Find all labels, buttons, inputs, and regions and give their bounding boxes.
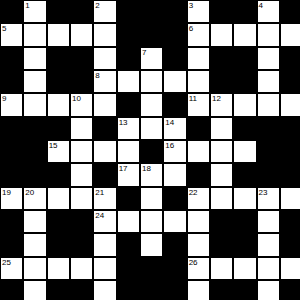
clue-number: 18 xyxy=(142,164,151,173)
cell-r7c10 xyxy=(233,163,256,186)
cell-r5c4 xyxy=(93,117,116,140)
cell-r12c1[interactable] xyxy=(23,280,46,300)
cell-r6c11 xyxy=(257,140,280,163)
cell-r10c3 xyxy=(70,233,93,256)
cell-r6c7[interactable]: 16 xyxy=(163,140,186,163)
cell-r0c0 xyxy=(0,0,23,23)
cell-r1c3[interactable] xyxy=(70,23,93,46)
cell-r1c6 xyxy=(140,23,163,46)
clue-number: 22 xyxy=(189,188,198,197)
cell-r0c3 xyxy=(70,0,93,23)
cell-r7c9[interactable] xyxy=(210,163,233,186)
clue-number: 3 xyxy=(189,1,193,10)
cell-r4c8[interactable]: 11 xyxy=(187,93,210,116)
clue-number: 20 xyxy=(25,188,34,197)
clue-number: 24 xyxy=(95,211,104,220)
cell-r10c6[interactable] xyxy=(140,233,163,256)
cell-r11c10[interactable] xyxy=(233,257,256,280)
cell-r4c12[interactable] xyxy=(280,93,300,116)
cell-r3c3 xyxy=(70,70,93,93)
cell-r6c10[interactable] xyxy=(233,140,256,163)
cell-r8c5 xyxy=(117,187,140,210)
cell-r8c7 xyxy=(163,187,186,210)
cell-r1c8[interactable]: 6 xyxy=(187,23,210,46)
cell-r1c5 xyxy=(117,23,140,46)
cell-r9c7[interactable] xyxy=(163,210,186,233)
cell-r12c2 xyxy=(47,280,70,300)
cell-r2c4[interactable] xyxy=(93,47,116,70)
cell-r8c3[interactable] xyxy=(70,187,93,210)
clue-number: 8 xyxy=(95,71,99,80)
cell-r9c0 xyxy=(0,210,23,233)
cell-r3c7[interactable] xyxy=(163,70,186,93)
cell-r6c2[interactable]: 15 xyxy=(47,140,70,163)
cell-r10c4[interactable] xyxy=(93,233,116,256)
cell-r8c12[interactable] xyxy=(280,187,300,210)
cell-r11c7 xyxy=(163,257,186,280)
cell-r2c1[interactable] xyxy=(23,47,46,70)
cell-r12c3 xyxy=(70,280,93,300)
clue-number: 4 xyxy=(259,1,263,10)
cell-r6c1 xyxy=(23,140,46,163)
cell-r8c10[interactable] xyxy=(233,187,256,210)
cell-r9c9 xyxy=(210,210,233,233)
cell-r10c0 xyxy=(0,233,23,256)
cell-r2c10 xyxy=(233,47,256,70)
cell-r5c5[interactable]: 13 xyxy=(117,117,140,140)
cell-r2c3 xyxy=(70,47,93,70)
cell-r4c9[interactable]: 12 xyxy=(210,93,233,116)
cell-r4c1[interactable] xyxy=(23,93,46,116)
cell-r0c4[interactable]: 2 xyxy=(93,0,116,23)
cell-r7c1 xyxy=(23,163,46,186)
cell-r3c0 xyxy=(0,70,23,93)
cell-r12c7 xyxy=(163,280,186,300)
cell-r2c2 xyxy=(47,47,70,70)
cell-r8c9[interactable] xyxy=(210,187,233,210)
cell-r4c11[interactable] xyxy=(257,93,280,116)
cell-r1c2[interactable] xyxy=(47,23,70,46)
cell-r5c11 xyxy=(257,117,280,140)
cell-r5c7[interactable]: 14 xyxy=(163,117,186,140)
cell-r11c11[interactable] xyxy=(257,257,280,280)
cell-r9c12 xyxy=(280,210,300,233)
cell-r6c6 xyxy=(140,140,163,163)
clue-number: 12 xyxy=(212,94,221,103)
cell-r2c7 xyxy=(163,47,186,70)
cell-r9c1[interactable] xyxy=(23,210,46,233)
cell-r4c4[interactable] xyxy=(93,93,116,116)
cell-r7c3[interactable] xyxy=(70,163,93,186)
cell-r1c4[interactable] xyxy=(93,23,116,46)
cell-r9c11[interactable] xyxy=(257,210,280,233)
clue-number: 23 xyxy=(259,188,268,197)
cell-r1c12[interactable] xyxy=(280,23,300,46)
cell-r5c2 xyxy=(47,117,70,140)
cell-r8c11[interactable]: 23 xyxy=(257,187,280,210)
cell-r7c2 xyxy=(47,163,70,186)
cell-r8c8[interactable]: 22 xyxy=(187,187,210,210)
cell-r7c11 xyxy=(257,163,280,186)
cell-r9c3 xyxy=(70,210,93,233)
cell-r12c11[interactable] xyxy=(257,280,280,300)
cell-r0c12 xyxy=(280,0,300,23)
cell-r3c9 xyxy=(210,70,233,93)
cell-r7c4 xyxy=(93,163,116,186)
cell-r0c6 xyxy=(140,0,163,23)
cell-r10c11[interactable] xyxy=(257,233,280,256)
cell-r8c6[interactable] xyxy=(140,187,163,210)
cell-r12c12 xyxy=(280,280,300,300)
cell-r2c11[interactable] xyxy=(257,47,280,70)
cell-r7c7[interactable] xyxy=(163,163,186,186)
clue-number: 15 xyxy=(49,141,58,150)
cell-r8c0[interactable]: 19 xyxy=(0,187,23,210)
cell-r0c2 xyxy=(47,0,70,23)
cell-r10c2 xyxy=(47,233,70,256)
cell-r11c1[interactable] xyxy=(23,257,46,280)
clue-number: 6 xyxy=(189,24,193,33)
cell-r3c11[interactable] xyxy=(257,70,280,93)
cell-r2c5 xyxy=(117,47,140,70)
cell-r3c4[interactable]: 8 xyxy=(93,70,116,93)
clue-number: 2 xyxy=(95,1,99,10)
clue-number: 5 xyxy=(2,24,6,33)
cell-r2c0 xyxy=(0,47,23,70)
cell-r11c5 xyxy=(117,257,140,280)
clue-number: 1 xyxy=(25,1,29,10)
cell-r0c8[interactable]: 3 xyxy=(187,0,210,23)
cell-r6c4[interactable] xyxy=(93,140,116,163)
cell-r3c10 xyxy=(233,70,256,93)
cell-r5c9[interactable] xyxy=(210,117,233,140)
cell-r0c7 xyxy=(163,0,186,23)
cell-r6c3[interactable] xyxy=(70,140,93,163)
cell-r12c10 xyxy=(233,280,256,300)
cell-r3c1[interactable] xyxy=(23,70,46,93)
cell-r4c0[interactable]: 9 xyxy=(0,93,23,116)
crossword-grid: 1234567891011121314151617181920212223242… xyxy=(0,0,300,300)
cell-r9c6[interactable] xyxy=(140,210,163,233)
cell-r1c11[interactable] xyxy=(257,23,280,46)
clue-number: 16 xyxy=(165,141,174,150)
cell-r4c7 xyxy=(163,93,186,116)
cell-r11c0[interactable]: 25 xyxy=(0,257,23,280)
cell-r10c1[interactable] xyxy=(23,233,46,256)
cell-r7c0 xyxy=(0,163,23,186)
clue-number: 19 xyxy=(2,188,11,197)
cell-r6c9[interactable] xyxy=(210,140,233,163)
cell-r0c1[interactable]: 1 xyxy=(23,0,46,23)
clue-number: 11 xyxy=(189,94,197,103)
cell-r6c0 xyxy=(0,140,23,163)
crossword-puzzle: 1234567891011121314151617181920212223242… xyxy=(0,0,300,300)
cell-r7c5[interactable]: 17 xyxy=(117,163,140,186)
clue-number: 21 xyxy=(95,188,104,197)
cell-r0c5 xyxy=(117,0,140,23)
cell-r0c11[interactable]: 4 xyxy=(257,0,280,23)
clue-number: 25 xyxy=(2,258,11,267)
cell-r3c12 xyxy=(280,70,300,93)
cell-r3c2 xyxy=(47,70,70,93)
cell-r11c4[interactable] xyxy=(93,257,116,280)
cell-r10c5 xyxy=(117,233,140,256)
cell-r12c5 xyxy=(117,280,140,300)
cell-r10c9 xyxy=(210,233,233,256)
cell-r12c8[interactable] xyxy=(187,280,210,300)
cell-r11c8[interactable]: 26 xyxy=(187,257,210,280)
cell-r2c12 xyxy=(280,47,300,70)
cell-r5c0 xyxy=(0,117,23,140)
cell-r1c9[interactable] xyxy=(210,23,233,46)
cell-r6c8[interactable] xyxy=(187,140,210,163)
cell-r4c10[interactable] xyxy=(233,93,256,116)
cell-r10c7 xyxy=(163,233,186,256)
cell-r6c12 xyxy=(280,140,300,163)
cell-r12c9 xyxy=(210,280,233,300)
cell-r5c10 xyxy=(233,117,256,140)
cell-r11c3[interactable] xyxy=(70,257,93,280)
cell-r2c6[interactable]: 7 xyxy=(140,47,163,70)
cell-r3c8[interactable] xyxy=(187,70,210,93)
cell-r10c12 xyxy=(280,233,300,256)
cell-r11c6 xyxy=(140,257,163,280)
cell-r6c5[interactable] xyxy=(117,140,140,163)
cell-r8c2[interactable] xyxy=(47,187,70,210)
cell-r7c12 xyxy=(280,163,300,186)
cell-r12c6 xyxy=(140,280,163,300)
cell-r5c1 xyxy=(23,117,46,140)
clue-number: 13 xyxy=(119,118,128,127)
cell-r2c9 xyxy=(210,47,233,70)
clue-number: 10 xyxy=(72,94,81,103)
cell-r9c5[interactable] xyxy=(117,210,140,233)
cell-r1c1[interactable] xyxy=(23,23,46,46)
cell-r5c6[interactable] xyxy=(140,117,163,140)
clue-number: 9 xyxy=(2,94,6,103)
cell-r5c8 xyxy=(187,117,210,140)
cell-r10c8[interactable] xyxy=(187,233,210,256)
cell-r0c9 xyxy=(210,0,233,23)
cell-r4c2[interactable] xyxy=(47,93,70,116)
cell-r2c8[interactable] xyxy=(187,47,210,70)
cell-r11c2[interactable] xyxy=(47,257,70,280)
clue-number: 26 xyxy=(189,258,198,267)
cell-r10c10 xyxy=(233,233,256,256)
cell-r4c6[interactable] xyxy=(140,93,163,116)
cell-r12c4[interactable] xyxy=(93,280,116,300)
cell-r5c3[interactable] xyxy=(70,117,93,140)
cell-r5c12 xyxy=(280,117,300,140)
cell-r9c2 xyxy=(47,210,70,233)
cell-r9c8[interactable] xyxy=(187,210,210,233)
cell-r12c0 xyxy=(0,280,23,300)
clue-number: 14 xyxy=(165,118,174,127)
cell-r11c9[interactable] xyxy=(210,257,233,280)
cell-r8c1[interactable]: 20 xyxy=(23,187,46,210)
cell-r9c10 xyxy=(233,210,256,233)
cell-r9c4[interactable]: 24 xyxy=(93,210,116,233)
clue-number: 17 xyxy=(119,164,128,173)
cell-r4c5 xyxy=(117,93,140,116)
cell-r1c0[interactable]: 5 xyxy=(0,23,23,46)
cell-r7c6[interactable]: 18 xyxy=(140,163,163,186)
cell-r11c12[interactable] xyxy=(280,257,300,280)
cell-r3c6[interactable] xyxy=(140,70,163,93)
cell-r8c4[interactable]: 21 xyxy=(93,187,116,210)
cell-r4c3[interactable]: 10 xyxy=(70,93,93,116)
clue-number: 7 xyxy=(142,48,146,57)
cell-r1c7 xyxy=(163,23,186,46)
cell-r0c10 xyxy=(233,0,256,23)
cell-r1c10[interactable] xyxy=(233,23,256,46)
cell-r3c5[interactable] xyxy=(117,70,140,93)
cell-r7c8 xyxy=(187,163,210,186)
